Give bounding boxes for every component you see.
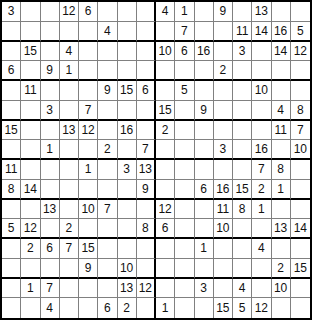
cell-r15c13-given[interactable]: 4 xyxy=(233,279,252,299)
cell-r2c8-empty[interactable] xyxy=(137,22,156,42)
cell-r5c14-given[interactable]: 10 xyxy=(252,81,271,101)
cell-r6c9-given[interactable]: 15 xyxy=(156,101,175,121)
cell-r3c13-given[interactable]: 3 xyxy=(233,42,252,62)
cell-r10c9-empty[interactable] xyxy=(156,180,175,200)
cell-r7c4-given[interactable]: 13 xyxy=(60,121,79,141)
cell-r3c4-given[interactable]: 4 xyxy=(60,42,79,62)
cell-r13c14-given[interactable]: 4 xyxy=(252,239,271,259)
cell-r12c2-given[interactable]: 12 xyxy=(21,219,40,239)
cell-r11c3-given[interactable]: 13 xyxy=(41,200,60,220)
cell-r5c13-empty[interactable] xyxy=(233,81,252,101)
cell-r10c3-empty[interactable] xyxy=(41,180,60,200)
cell-r1c6-empty[interactable] xyxy=(98,2,117,22)
cell-r14c4-empty[interactable] xyxy=(60,259,79,279)
cell-r5c3-empty[interactable] xyxy=(41,81,60,101)
cell-r3c5-empty[interactable] xyxy=(79,42,98,62)
cell-r2c7-empty[interactable] xyxy=(118,22,137,42)
cell-r8c15-empty[interactable] xyxy=(272,140,291,160)
cell-r4c5-empty[interactable] xyxy=(79,61,98,81)
cell-r15c16-empty[interactable] xyxy=(291,279,310,299)
cell-r9c16-empty[interactable] xyxy=(291,160,310,180)
cell-r14c6-empty[interactable] xyxy=(98,259,117,279)
cell-r10c11-given[interactable]: 6 xyxy=(195,180,214,200)
cell-r2c11-empty[interactable] xyxy=(195,22,214,42)
cell-r6c11-given[interactable]: 9 xyxy=(195,101,214,121)
cell-r6c8-empty[interactable] xyxy=(137,101,156,121)
cell-r14c10-empty[interactable] xyxy=(175,259,194,279)
cell-r10c16-empty[interactable] xyxy=(291,180,310,200)
cell-r4c8-empty[interactable] xyxy=(137,61,156,81)
cell-r2c15-given[interactable]: 16 xyxy=(272,22,291,42)
cell-r16c15-empty[interactable] xyxy=(272,298,291,318)
cell-r15c1-empty[interactable] xyxy=(2,279,21,299)
cell-r12c12-given[interactable]: 10 xyxy=(214,219,233,239)
cell-r2c9-empty[interactable] xyxy=(156,22,175,42)
cell-r2c2-empty[interactable] xyxy=(21,22,40,42)
cell-r3c1-empty[interactable] xyxy=(2,42,21,62)
cell-r1c15-empty[interactable] xyxy=(272,2,291,22)
cell-r16c1-empty[interactable] xyxy=(2,298,21,318)
cell-r8c6-given[interactable]: 2 xyxy=(98,140,117,160)
cell-r16c6-given[interactable]: 6 xyxy=(98,298,117,318)
cell-r4c14-empty[interactable] xyxy=(252,61,271,81)
cell-r4c9-empty[interactable] xyxy=(156,61,175,81)
cell-r14c7-given[interactable]: 10 xyxy=(118,259,137,279)
cell-r8c13-empty[interactable] xyxy=(233,140,252,160)
cell-r5c2-given[interactable]: 11 xyxy=(21,81,40,101)
cell-r12c5-empty[interactable] xyxy=(79,219,98,239)
cell-r15c8-given[interactable]: 12 xyxy=(137,279,156,299)
cell-r10c6-empty[interactable] xyxy=(98,180,117,200)
cell-r11c14-given[interactable]: 1 xyxy=(252,200,271,220)
cell-r3c14-empty[interactable] xyxy=(252,42,271,62)
cell-r14c12-empty[interactable] xyxy=(214,259,233,279)
cell-r6c15-given[interactable]: 4 xyxy=(272,101,291,121)
cell-r4c10-empty[interactable] xyxy=(175,61,194,81)
cell-r11c13-given[interactable]: 8 xyxy=(233,200,252,220)
cell-r11c12-given[interactable]: 11 xyxy=(214,200,233,220)
cell-r9c9-empty[interactable] xyxy=(156,160,175,180)
cell-r11c11-empty[interactable] xyxy=(195,200,214,220)
cell-r16c2-empty[interactable] xyxy=(21,298,40,318)
cell-r7c10-empty[interactable] xyxy=(175,121,194,141)
cell-r7c12-empty[interactable] xyxy=(214,121,233,141)
cell-r13c8-empty[interactable] xyxy=(137,239,156,259)
cell-r2c16-given[interactable]: 5 xyxy=(291,22,310,42)
cell-r10c15-given[interactable]: 1 xyxy=(272,180,291,200)
cell-r16c5-empty[interactable] xyxy=(79,298,98,318)
cell-r4c11-empty[interactable] xyxy=(195,61,214,81)
cell-r7c9-given[interactable]: 2 xyxy=(156,121,175,141)
cell-r4c7-empty[interactable] xyxy=(118,61,137,81)
cell-r4c12-given[interactable]: 2 xyxy=(214,61,233,81)
cell-r6c6-empty[interactable] xyxy=(98,101,117,121)
cell-r11c8-empty[interactable] xyxy=(137,200,156,220)
cell-r13c13-empty[interactable] xyxy=(233,239,252,259)
cell-r8c1-empty[interactable] xyxy=(2,140,21,160)
cell-r9c15-given[interactable]: 8 xyxy=(272,160,291,180)
cell-r12c8-given[interactable]: 8 xyxy=(137,219,156,239)
cell-r6c10-empty[interactable] xyxy=(175,101,194,121)
cell-r3c7-empty[interactable] xyxy=(118,42,137,62)
cell-r8c2-empty[interactable] xyxy=(21,140,40,160)
cell-r8c12-given[interactable]: 3 xyxy=(214,140,233,160)
cell-r16c10-empty[interactable] xyxy=(175,298,194,318)
cell-r2c14-given[interactable]: 14 xyxy=(252,22,271,42)
cell-r13c9-empty[interactable] xyxy=(156,239,175,259)
cell-r13c11-given[interactable]: 1 xyxy=(195,239,214,259)
cell-r13c16-empty[interactable] xyxy=(291,239,310,259)
cell-r13c12-empty[interactable] xyxy=(214,239,233,259)
cell-r5c9-empty[interactable] xyxy=(156,81,175,101)
cell-r2c10-given[interactable]: 7 xyxy=(175,22,194,42)
cell-r15c10-empty[interactable] xyxy=(175,279,194,299)
cell-r11c5-given[interactable]: 10 xyxy=(79,200,98,220)
cell-r13c2-given[interactable]: 2 xyxy=(21,239,40,259)
cell-r3c3-empty[interactable] xyxy=(41,42,60,62)
cell-r8c3-given[interactable]: 1 xyxy=(41,140,60,160)
cell-r3c8-empty[interactable] xyxy=(137,42,156,62)
cell-r16c16-empty[interactable] xyxy=(291,298,310,318)
cell-r13c1-empty[interactable] xyxy=(2,239,21,259)
cell-r12c16-given[interactable]: 14 xyxy=(291,219,310,239)
cell-r16c13-given[interactable]: 5 xyxy=(233,298,252,318)
cell-r12c13-empty[interactable] xyxy=(233,219,252,239)
cell-r7c14-empty[interactable] xyxy=(252,121,271,141)
cell-r3c12-empty[interactable] xyxy=(214,42,233,62)
cell-r10c12-given[interactable]: 16 xyxy=(214,180,233,200)
cell-r1c10-given[interactable]: 1 xyxy=(175,2,194,22)
cell-r2c3-empty[interactable] xyxy=(41,22,60,42)
cell-r14c11-empty[interactable] xyxy=(195,259,214,279)
cell-r4c13-empty[interactable] xyxy=(233,61,252,81)
cell-r14c16-given[interactable]: 15 xyxy=(291,259,310,279)
cell-r8c4-empty[interactable] xyxy=(60,140,79,160)
cell-r7c7-given[interactable]: 16 xyxy=(118,121,137,141)
cell-r1c5-given[interactable]: 6 xyxy=(79,2,98,22)
cell-r14c1-empty[interactable] xyxy=(2,259,21,279)
cell-r11c6-given[interactable]: 7 xyxy=(98,200,117,220)
cell-r12c11-empty[interactable] xyxy=(195,219,214,239)
cell-r16c8-empty[interactable] xyxy=(137,298,156,318)
cell-r3c16-given[interactable]: 12 xyxy=(291,42,310,62)
cell-r10c4-empty[interactable] xyxy=(60,180,79,200)
cell-r11c7-empty[interactable] xyxy=(118,200,137,220)
cell-r2c5-empty[interactable] xyxy=(79,22,98,42)
cell-r5c5-empty[interactable] xyxy=(79,81,98,101)
cell-r10c13-given[interactable]: 15 xyxy=(233,180,252,200)
cell-r9c1-given[interactable]: 11 xyxy=(2,160,21,180)
cell-r4c6-empty[interactable] xyxy=(98,61,117,81)
cell-r1c16-empty[interactable] xyxy=(291,2,310,22)
cell-r5c1-empty[interactable] xyxy=(2,81,21,101)
cell-r7c5-given[interactable]: 12 xyxy=(79,121,98,141)
cell-r11c9-given[interactable]: 12 xyxy=(156,200,175,220)
cell-r7c13-empty[interactable] xyxy=(233,121,252,141)
cell-r1c14-given[interactable]: 13 xyxy=(252,2,271,22)
cell-r14c2-empty[interactable] xyxy=(21,259,40,279)
cell-r13c10-empty[interactable] xyxy=(175,239,194,259)
cell-r5c15-empty[interactable] xyxy=(272,81,291,101)
cell-r2c13-given[interactable]: 11 xyxy=(233,22,252,42)
cell-r15c5-empty[interactable] xyxy=(79,279,98,299)
cell-r15c2-given[interactable]: 1 xyxy=(21,279,40,299)
cell-r5c11-empty[interactable] xyxy=(195,81,214,101)
cell-r7c11-empty[interactable] xyxy=(195,121,214,141)
cell-r12c1-given[interactable]: 5 xyxy=(2,219,21,239)
cell-r12c15-given[interactable]: 13 xyxy=(272,219,291,239)
cell-r15c3-given[interactable]: 7 xyxy=(41,279,60,299)
cell-r10c10-empty[interactable] xyxy=(175,180,194,200)
cell-r9c5-given[interactable]: 1 xyxy=(79,160,98,180)
cell-r6c5-given[interactable]: 7 xyxy=(79,101,98,121)
cell-r9c10-empty[interactable] xyxy=(175,160,194,180)
cell-r16c3-given[interactable]: 4 xyxy=(41,298,60,318)
cell-r5c8-given[interactable]: 6 xyxy=(137,81,156,101)
cell-r2c6-given[interactable]: 4 xyxy=(98,22,117,42)
cell-r3c2-given[interactable]: 15 xyxy=(21,42,40,62)
cell-r1c12-given[interactable]: 9 xyxy=(214,2,233,22)
cell-r6c4-empty[interactable] xyxy=(60,101,79,121)
cell-r8c9-empty[interactable] xyxy=(156,140,175,160)
cell-r12c9-given[interactable]: 6 xyxy=(156,219,175,239)
cell-r1c3-empty[interactable] xyxy=(41,2,60,22)
cell-r8c5-empty[interactable] xyxy=(79,140,98,160)
cell-r15c4-empty[interactable] xyxy=(60,279,79,299)
cell-r12c7-empty[interactable] xyxy=(118,219,137,239)
cell-r8c16-given[interactable]: 10 xyxy=(291,140,310,160)
cell-r1c2-empty[interactable] xyxy=(21,2,40,22)
cell-r9c2-empty[interactable] xyxy=(21,160,40,180)
cell-r6c16-given[interactable]: 8 xyxy=(291,101,310,121)
cell-r3c6-empty[interactable] xyxy=(98,42,117,62)
cell-r12c4-given[interactable]: 2 xyxy=(60,219,79,239)
cell-r1c1-given[interactable]: 3 xyxy=(2,2,21,22)
cell-r14c13-empty[interactable] xyxy=(233,259,252,279)
cell-r10c14-given[interactable]: 2 xyxy=(252,180,271,200)
cell-r15c9-empty[interactable] xyxy=(156,279,175,299)
cell-r4c16-empty[interactable] xyxy=(291,61,310,81)
cell-r7c15-given[interactable]: 11 xyxy=(272,121,291,141)
cell-r1c11-empty[interactable] xyxy=(195,2,214,22)
cell-r11c2-empty[interactable] xyxy=(21,200,40,220)
cell-r10c5-empty[interactable] xyxy=(79,180,98,200)
cell-r3c9-given[interactable]: 10 xyxy=(156,42,175,62)
cell-r5c7-given[interactable]: 15 xyxy=(118,81,137,101)
cell-r15c12-empty[interactable] xyxy=(214,279,233,299)
cell-r9c6-empty[interactable] xyxy=(98,160,117,180)
cell-r11c1-empty[interactable] xyxy=(2,200,21,220)
cell-r11c10-empty[interactable] xyxy=(175,200,194,220)
cell-r4c3-given[interactable]: 9 xyxy=(41,61,60,81)
cell-r5c4-empty[interactable] xyxy=(60,81,79,101)
cell-r12c10-empty[interactable] xyxy=(175,219,194,239)
cell-r1c7-empty[interactable] xyxy=(118,2,137,22)
sudoku-board: 3126419134711141651541061631412691211915… xyxy=(0,0,312,320)
cell-r8c11-empty[interactable] xyxy=(195,140,214,160)
cell-r12c6-empty[interactable] xyxy=(98,219,117,239)
cell-r2c4-empty[interactable] xyxy=(60,22,79,42)
cell-r3c10-given[interactable]: 6 xyxy=(175,42,194,62)
cell-r14c15-given[interactable]: 2 xyxy=(272,259,291,279)
cell-r10c1-given[interactable]: 8 xyxy=(2,180,21,200)
cell-r4c4-given[interactable]: 1 xyxy=(60,61,79,81)
cell-r10c7-empty[interactable] xyxy=(118,180,137,200)
cell-r12c14-empty[interactable] xyxy=(252,219,271,239)
cell-r1c4-given[interactable]: 12 xyxy=(60,2,79,22)
cell-r16c7-given[interactable]: 2 xyxy=(118,298,137,318)
cell-r14c8-empty[interactable] xyxy=(137,259,156,279)
cell-r1c13-empty[interactable] xyxy=(233,2,252,22)
cell-r11c4-empty[interactable] xyxy=(60,200,79,220)
cell-r2c1-empty[interactable] xyxy=(2,22,21,42)
cell-r15c15-given[interactable]: 10 xyxy=(272,279,291,299)
cell-r13c3-given[interactable]: 6 xyxy=(41,239,60,259)
cell-r7c3-empty[interactable] xyxy=(41,121,60,141)
cell-r8c8-given[interactable]: 7 xyxy=(137,140,156,160)
cell-r7c1-given[interactable]: 15 xyxy=(2,121,21,141)
cell-r14c9-empty[interactable] xyxy=(156,259,175,279)
cell-r16c12-given[interactable]: 15 xyxy=(214,298,233,318)
cell-r6c3-given[interactable]: 3 xyxy=(41,101,60,121)
cell-r13c5-given[interactable]: 15 xyxy=(79,239,98,259)
cell-r3c15-given[interactable]: 14 xyxy=(272,42,291,62)
cell-r8c10-empty[interactable] xyxy=(175,140,194,160)
cell-r6c7-empty[interactable] xyxy=(118,101,137,121)
cell-r15c6-empty[interactable] xyxy=(98,279,117,299)
cell-r4c1-given[interactable]: 6 xyxy=(2,61,21,81)
cell-r10c2-given[interactable]: 14 xyxy=(21,180,40,200)
cell-r9c4-empty[interactable] xyxy=(60,160,79,180)
cell-r14c14-empty[interactable] xyxy=(252,259,271,279)
cell-r12c3-empty[interactable] xyxy=(41,219,60,239)
cell-r14c3-empty[interactable] xyxy=(41,259,60,279)
cell-r13c4-given[interactable]: 7 xyxy=(60,239,79,259)
cell-r5c12-empty[interactable] xyxy=(214,81,233,101)
cell-r7c2-empty[interactable] xyxy=(21,121,40,141)
cell-r4c15-empty[interactable] xyxy=(272,61,291,81)
cell-r16c11-empty[interactable] xyxy=(195,298,214,318)
cell-r16c4-empty[interactable] xyxy=(60,298,79,318)
cell-r6c14-empty[interactable] xyxy=(252,101,271,121)
cell-r9c12-empty[interactable] xyxy=(214,160,233,180)
cell-r2c12-empty[interactable] xyxy=(214,22,233,42)
cell-r9c11-empty[interactable] xyxy=(195,160,214,180)
cell-r4c2-empty[interactable] xyxy=(21,61,40,81)
cell-r14c5-given[interactable]: 9 xyxy=(79,259,98,279)
cell-r11c15-empty[interactable] xyxy=(272,200,291,220)
cell-r1c9-given[interactable]: 4 xyxy=(156,2,175,22)
cell-r16c9-given[interactable]: 1 xyxy=(156,298,175,318)
cell-r13c6-empty[interactable] xyxy=(98,239,117,259)
cell-r15c11-given[interactable]: 3 xyxy=(195,279,214,299)
cell-r16c14-given[interactable]: 12 xyxy=(252,298,271,318)
cell-r9c14-given[interactable]: 7 xyxy=(252,160,271,180)
cell-r8c14-given[interactable]: 16 xyxy=(252,140,271,160)
cell-r6c1-empty[interactable] xyxy=(2,101,21,121)
cell-r5c6-given[interactable]: 9 xyxy=(98,81,117,101)
cell-r10c8-given[interactable]: 9 xyxy=(137,180,156,200)
cell-r5c10-given[interactable]: 5 xyxy=(175,81,194,101)
cell-r9c3-empty[interactable] xyxy=(41,160,60,180)
cell-r6c2-empty[interactable] xyxy=(21,101,40,121)
cell-r13c7-empty[interactable] xyxy=(118,239,137,259)
cell-r9c13-empty[interactable] xyxy=(233,160,252,180)
cell-r15c7-given[interactable]: 13 xyxy=(118,279,137,299)
cell-r7c8-empty[interactable] xyxy=(137,121,156,141)
cell-r5c16-empty[interactable] xyxy=(291,81,310,101)
cell-r1c8-empty[interactable] xyxy=(137,2,156,22)
cell-r15c14-empty[interactable] xyxy=(252,279,271,299)
cell-r3c11-given[interactable]: 16 xyxy=(195,42,214,62)
cell-r9c7-given[interactable]: 3 xyxy=(118,160,137,180)
cell-r11c16-empty[interactable] xyxy=(291,200,310,220)
cell-r7c16-given[interactable]: 7 xyxy=(291,121,310,141)
cell-r7c6-empty[interactable] xyxy=(98,121,117,141)
cell-r6c13-empty[interactable] xyxy=(233,101,252,121)
cell-r13c15-empty[interactable] xyxy=(272,239,291,259)
cell-r6c12-empty[interactable] xyxy=(214,101,233,121)
cell-r8c7-empty[interactable] xyxy=(118,140,137,160)
cell-r9c8-given[interactable]: 13 xyxy=(137,160,156,180)
